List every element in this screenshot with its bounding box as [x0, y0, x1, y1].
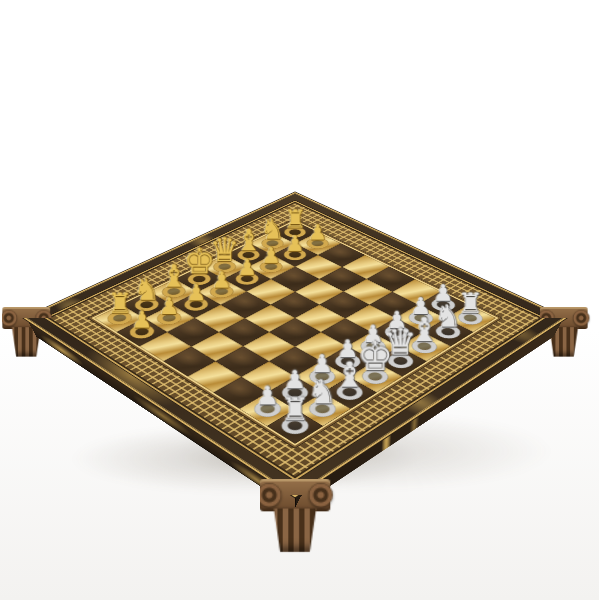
square-r3c3	[270, 292, 319, 318]
gold-pawn-piece: ♟	[274, 209, 317, 255]
square-r6c0: ♞	[122, 292, 171, 318]
piece-base-disc	[233, 247, 264, 263]
square-r3c2	[246, 279, 295, 305]
piece-base-disc	[255, 259, 287, 275]
gold-knight-piece: ♞	[251, 198, 293, 244]
piece-base-disc	[208, 259, 240, 275]
ionic-foot-front	[260, 479, 330, 558]
gold-pawn-piece: ♟	[174, 255, 219, 304]
piece-base-disc	[183, 271, 215, 288]
board-plate: ♜♟♟♜♞♟♟♞♝♟♟♝♛♟♟♛♚♟♟♚♝♟♟♝♞♟♟♞♜♟♟♜	[26, 193, 563, 495]
chess-board: ♜♟♟♜♞♟♟♞♝♟♟♝♛♟♟♛♚♟♟♚♝♟♟♝♞♟♟♞♜♟♟♜	[105, 128, 485, 508]
square-r2c3	[295, 279, 344, 305]
square-r0c0: ♜	[272, 221, 317, 243]
gold-pawn-piece: ♟	[225, 231, 269, 279]
square-r1c1: ♟	[272, 243, 318, 266]
square-r4c2	[221, 292, 270, 318]
gold-bishop-piece: ♝	[227, 209, 270, 255]
square-r2c4	[320, 292, 369, 318]
piece-base-disc	[279, 247, 310, 263]
silver-pawn-piece: ♟	[374, 281, 421, 332]
gold-pawn-piece: ♟	[200, 243, 245, 291]
piece-base-disc	[179, 296, 212, 314]
gold-queen-piece: ♛	[203, 220, 246, 267]
piece-base-disc	[302, 236, 333, 251]
square-r1c5	[369, 292, 418, 318]
gold-rook-piece: ♜	[274, 187, 315, 232]
square-r1c4	[344, 279, 393, 305]
square-r0c2	[318, 243, 364, 266]
gold-knight-piece: ♞	[124, 255, 169, 304]
gold-pawn-piece: ♟	[146, 268, 192, 318]
square-r2c1: ♟	[248, 255, 295, 279]
square-r0c6: ♟	[419, 292, 468, 318]
piece-base-disc	[231, 271, 263, 288]
square-r2c0: ♝	[225, 243, 271, 266]
piece-base-disc	[257, 236, 288, 251]
gold-pawn-piece: ♟	[250, 220, 293, 267]
piece-base-disc	[206, 283, 239, 300]
square-r0c4	[367, 267, 415, 292]
square-r3c1: ♟	[223, 267, 271, 292]
square-r4c0: ♚	[175, 267, 223, 292]
silver-pawn-piece: ♟	[398, 268, 444, 318]
square-r4c1: ♟	[198, 279, 247, 305]
piece-base-disc	[157, 283, 190, 300]
piece-base-disc	[280, 225, 310, 240]
gold-pawn-piece: ♟	[297, 198, 339, 244]
piece-base-disc	[276, 414, 314, 438]
square-r1c0: ♞	[249, 232, 295, 255]
square-r1c3	[319, 267, 367, 292]
fluted-column-icon	[272, 509, 318, 552]
piece-base-disc	[427, 296, 460, 314]
square-r5c1: ♟	[171, 292, 220, 318]
square-r2c2	[271, 267, 319, 292]
square-r5c0: ♝	[149, 279, 198, 305]
volute-capital-icon	[260, 479, 330, 512]
piece-base-disc	[130, 296, 163, 314]
square-r0c1: ♟	[295, 232, 341, 255]
gold-bishop-piece: ♝	[151, 243, 196, 291]
photo-scene: ♜♟♟♜♞♟♟♞♝♟♟♝♛♟♟♛♚♟♟♚♝♟♟♝♞♟♟♞♜♟♟♜	[0, 0, 599, 600]
square-r0c3	[342, 255, 389, 279]
square-r1c2	[295, 255, 342, 279]
square-r0c5	[392, 279, 441, 305]
gold-king-piece: ♚	[177, 231, 221, 279]
square-r3c0: ♛	[201, 255, 248, 279]
silver-pawn-piece: ♟	[421, 255, 466, 304]
